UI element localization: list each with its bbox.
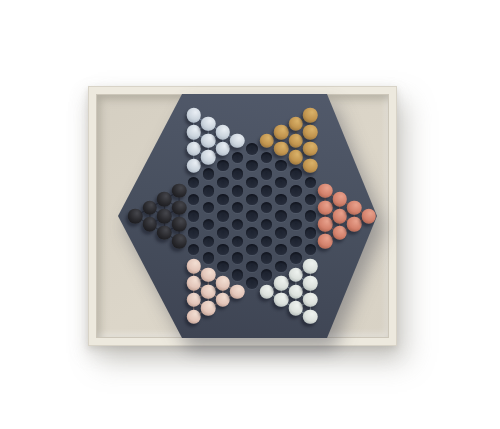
board-cell — [303, 141, 318, 158]
board-cell — [216, 292, 231, 309]
board-cell — [216, 157, 231, 174]
hole[interactable] — [275, 244, 287, 256]
board-cell — [245, 174, 260, 191]
board-cell — [216, 224, 231, 241]
board-cell — [245, 141, 260, 158]
board-cell — [289, 149, 304, 166]
hole[interactable] — [290, 219, 302, 231]
hole[interactable] — [261, 168, 273, 180]
board-cell — [201, 132, 216, 149]
board-cell — [259, 199, 274, 216]
board-cell — [230, 233, 245, 250]
board-cell — [245, 258, 260, 275]
peg-salmon[interactable] — [332, 226, 347, 241]
hole[interactable] — [246, 277, 258, 289]
peg-pink[interactable] — [186, 310, 201, 325]
peg-gray-white[interactable] — [289, 301, 304, 316]
peg-pink[interactable] — [230, 284, 245, 299]
board-cell — [332, 224, 347, 241]
peg-black[interactable] — [143, 200, 158, 215]
peg-gray-white[interactable] — [289, 268, 304, 283]
board-cell — [259, 166, 274, 183]
peg-gray-white[interactable] — [274, 276, 289, 291]
peg-salmon[interactable] — [332, 209, 347, 224]
board-cell — [303, 275, 318, 292]
hole[interactable] — [203, 185, 215, 197]
hole[interactable] — [232, 219, 244, 231]
hole[interactable] — [203, 236, 215, 248]
peg-mustard[interactable] — [289, 150, 304, 165]
peg-mustard[interactable] — [303, 158, 318, 173]
scene — [0, 0, 500, 429]
hole[interactable] — [261, 219, 273, 231]
hole[interactable] — [246, 177, 258, 189]
hole[interactable] — [246, 244, 258, 256]
board-cell — [186, 224, 201, 241]
board-cell — [143, 216, 158, 233]
board-cell — [289, 183, 304, 200]
peg-mustard[interactable] — [303, 108, 318, 123]
board-cell — [347, 216, 362, 233]
hole[interactable] — [188, 177, 200, 189]
peg-gray-white[interactable] — [289, 284, 304, 299]
board-cell — [128, 208, 143, 225]
board-cell — [303, 241, 318, 258]
peg-white-blue[interactable] — [201, 133, 216, 148]
board-cell — [303, 191, 318, 208]
board-cell — [259, 149, 274, 166]
board-cell — [289, 233, 304, 250]
hole[interactable] — [217, 244, 229, 256]
hole[interactable] — [305, 227, 317, 239]
peg-mustard[interactable] — [303, 125, 318, 140]
board-cell — [201, 216, 216, 233]
hole[interactable] — [261, 252, 273, 264]
board-cell — [230, 183, 245, 200]
board-cell — [201, 115, 216, 132]
hole[interactable] — [305, 244, 317, 256]
board-cell — [289, 199, 304, 216]
peg-pink[interactable] — [186, 276, 201, 291]
board-cell — [303, 157, 318, 174]
hole[interactable] — [217, 210, 229, 222]
board-cell — [186, 157, 201, 174]
board-cell — [201, 233, 216, 250]
board-cell — [216, 208, 231, 225]
board-cell — [289, 216, 304, 233]
board-cell — [186, 292, 201, 309]
peg-black[interactable] — [172, 200, 187, 215]
board-cell — [230, 132, 245, 149]
board-cell — [274, 241, 289, 258]
hole[interactable] — [188, 194, 200, 206]
board-cell — [274, 292, 289, 309]
board-cell — [172, 199, 187, 216]
board-cell — [303, 308, 318, 325]
board-cell — [216, 275, 231, 292]
hole[interactable] — [261, 236, 273, 248]
hole[interactable] — [275, 194, 287, 206]
peg-black[interactable] — [157, 209, 172, 224]
hole[interactable] — [305, 194, 317, 206]
board-cell — [318, 183, 333, 200]
board-cell — [303, 224, 318, 241]
hole[interactable] — [232, 168, 244, 180]
peg-black[interactable] — [157, 192, 172, 207]
hole[interactable] — [246, 194, 258, 206]
board-cell — [186, 275, 201, 292]
hole[interactable] — [188, 227, 200, 239]
peg-salmon[interactable] — [332, 192, 347, 207]
board-cell — [172, 183, 187, 200]
board-cell — [216, 191, 231, 208]
board-cell — [201, 283, 216, 300]
hole[interactable] — [217, 261, 229, 273]
board-cell — [245, 208, 260, 225]
hole[interactable] — [217, 227, 229, 239]
board-cell — [201, 266, 216, 283]
board-cell — [245, 224, 260, 241]
hole[interactable] — [261, 202, 273, 214]
board-cell — [274, 275, 289, 292]
hole[interactable] — [246, 227, 258, 239]
hole[interactable] — [232, 152, 244, 164]
peg-salmon[interactable] — [318, 217, 333, 232]
board-cell — [201, 149, 216, 166]
hole[interactable] — [305, 177, 317, 189]
board-cell — [186, 208, 201, 225]
hole[interactable] — [290, 252, 302, 264]
board-cell — [186, 124, 201, 141]
board-cell — [157, 191, 172, 208]
peg-salmon[interactable] — [318, 200, 333, 215]
board-cell — [157, 224, 172, 241]
hole[interactable] — [203, 202, 215, 214]
hole[interactable] — [232, 185, 244, 197]
board-cell — [201, 183, 216, 200]
hole[interactable] — [290, 202, 302, 214]
hole[interactable] — [246, 210, 258, 222]
peg-black[interactable] — [172, 217, 187, 232]
hole[interactable] — [203, 219, 215, 231]
peg-white-blue[interactable] — [216, 125, 231, 140]
board-cell — [201, 250, 216, 267]
board-cell — [216, 141, 231, 158]
peg-pink[interactable] — [186, 259, 201, 274]
board-cell — [230, 166, 245, 183]
peg-mustard[interactable] — [289, 133, 304, 148]
board-cell — [274, 191, 289, 208]
peg-white-blue[interactable] — [201, 117, 216, 132]
board-cell — [201, 199, 216, 216]
board-cell — [201, 166, 216, 183]
board-cell — [186, 258, 201, 275]
board-cell — [332, 191, 347, 208]
board-cell — [303, 174, 318, 191]
board-cell — [289, 115, 304, 132]
board-cell — [274, 124, 289, 141]
peg-gray-white[interactable] — [303, 276, 318, 291]
board-cell — [230, 283, 245, 300]
peg-black[interactable] — [172, 184, 187, 199]
board-cell — [186, 191, 201, 208]
board-cell — [274, 258, 289, 275]
board-cell — [318, 199, 333, 216]
peg-pink[interactable] — [201, 268, 216, 283]
board-cell — [259, 132, 274, 149]
board-cell — [216, 124, 231, 141]
board-cell — [347, 199, 362, 216]
board-cell — [318, 233, 333, 250]
board-cell — [245, 241, 260, 258]
peg-mustard[interactable] — [274, 142, 289, 157]
board-cell — [289, 132, 304, 149]
peg-salmon[interactable] — [318, 184, 333, 199]
hole[interactable] — [275, 210, 287, 222]
peg-white-blue[interactable] — [230, 133, 245, 148]
peg-pink[interactable] — [216, 293, 231, 308]
board-cell — [186, 308, 201, 325]
board-cell — [230, 216, 245, 233]
hole[interactable] — [261, 185, 273, 197]
peg-pink[interactable] — [186, 293, 201, 308]
board-cell — [230, 199, 245, 216]
peg-mustard[interactable] — [274, 125, 289, 140]
peg-gray-white[interactable] — [259, 284, 274, 299]
board-cell — [289, 300, 304, 317]
hole[interactable] — [232, 252, 244, 264]
board-cell — [303, 208, 318, 225]
board-cell — [274, 157, 289, 174]
board-cell — [186, 107, 201, 124]
hole[interactable] — [188, 210, 200, 222]
hole[interactable] — [246, 160, 258, 172]
board-cell — [303, 124, 318, 141]
board-cell — [201, 300, 216, 317]
board-cell — [289, 166, 304, 183]
board-cell — [230, 250, 245, 267]
board-cell — [186, 174, 201, 191]
peg-black[interactable] — [157, 226, 172, 241]
board-cell — [303, 292, 318, 309]
peg-gray-white[interactable] — [274, 293, 289, 308]
board-cell — [259, 250, 274, 267]
board-cell — [332, 208, 347, 225]
hole[interactable] — [246, 143, 258, 155]
board-cell — [230, 266, 245, 283]
peg-white-blue[interactable] — [216, 142, 231, 157]
hole[interactable] — [232, 202, 244, 214]
hole[interactable] — [217, 160, 229, 172]
board-cell — [289, 250, 304, 267]
board-cell — [259, 183, 274, 200]
peg-salmon[interactable] — [318, 234, 333, 249]
board-cell — [245, 157, 260, 174]
board-cell — [186, 141, 201, 158]
chinese-checkers-board — [118, 94, 377, 338]
board-cell — [289, 283, 304, 300]
board-cell — [274, 141, 289, 158]
hole[interactable] — [275, 177, 287, 189]
board-cell — [172, 216, 187, 233]
peg-white-blue[interactable] — [201, 150, 216, 165]
board-cell — [157, 208, 172, 225]
board-cell — [216, 241, 231, 258]
peg-salmon[interactable] — [362, 209, 377, 224]
peg-pink[interactable] — [216, 276, 231, 291]
peg-mustard[interactable] — [289, 117, 304, 132]
board-cell — [259, 233, 274, 250]
board-cell — [362, 208, 377, 225]
peg-salmon[interactable] — [347, 200, 362, 215]
hole[interactable] — [232, 236, 244, 248]
board-cell — [245, 275, 260, 292]
hole[interactable] — [261, 152, 273, 164]
peg-gray-white[interactable] — [303, 310, 318, 325]
peg-black[interactable] — [172, 234, 187, 249]
board-cell — [274, 174, 289, 191]
hole[interactable] — [275, 227, 287, 239]
peg-black[interactable] — [128, 209, 143, 224]
hole[interactable] — [203, 168, 215, 180]
board-cell — [318, 216, 333, 233]
hole[interactable] — [232, 269, 244, 281]
hole[interactable] — [217, 177, 229, 189]
peg-pink[interactable] — [201, 301, 216, 316]
board-cell — [303, 258, 318, 275]
peg-white-blue[interactable] — [186, 125, 201, 140]
board-cell — [216, 174, 231, 191]
board-cell — [143, 199, 158, 216]
hole[interactable] — [246, 261, 258, 273]
peg-pink[interactable] — [201, 284, 216, 299]
board-cell — [216, 258, 231, 275]
board-cell — [172, 233, 187, 250]
hole[interactable] — [290, 168, 302, 180]
hole[interactable] — [217, 194, 229, 206]
peg-salmon[interactable] — [347, 217, 362, 232]
hole[interactable] — [188, 244, 200, 256]
peg-white-blue[interactable] — [186, 158, 201, 173]
board-grid — [128, 107, 376, 325]
hole[interactable] — [305, 210, 317, 222]
board-shadow-wrap — [118, 94, 377, 338]
board-cell — [245, 191, 260, 208]
board-cell — [259, 283, 274, 300]
hole[interactable] — [290, 185, 302, 197]
hole[interactable] — [275, 160, 287, 172]
board-cell — [259, 216, 274, 233]
peg-mustard[interactable] — [259, 133, 274, 148]
hole[interactable] — [290, 236, 302, 248]
board-cell — [259, 266, 274, 283]
hole[interactable] — [203, 252, 215, 264]
board-cell — [289, 266, 304, 283]
board-cell — [274, 208, 289, 225]
board-cell — [274, 224, 289, 241]
peg-white-blue[interactable] — [186, 142, 201, 157]
board-cell — [303, 107, 318, 124]
board-cell — [230, 149, 245, 166]
hole[interactable] — [275, 261, 287, 273]
peg-mustard[interactable] — [303, 142, 318, 157]
peg-gray-white[interactable] — [303, 293, 318, 308]
peg-black[interactable] — [143, 217, 158, 232]
board-cell — [186, 241, 201, 258]
hole[interactable] — [261, 269, 273, 281]
peg-gray-white[interactable] — [303, 259, 318, 274]
peg-white-blue[interactable] — [186, 108, 201, 123]
